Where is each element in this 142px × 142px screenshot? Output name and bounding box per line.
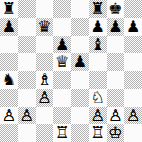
square-f2[interactable]: ♙ <box>89 107 107 125</box>
square-b4[interactable] <box>18 71 36 89</box>
square-f6[interactable]: ♝ <box>89 36 107 54</box>
square-h1[interactable] <box>124 124 142 142</box>
piece-white-queen: ♕ <box>55 53 69 71</box>
square-f8[interactable]: ♜ <box>89 0 107 18</box>
square-b1[interactable] <box>18 124 36 142</box>
square-b8[interactable] <box>18 0 36 18</box>
square-a5[interactable] <box>0 53 18 71</box>
square-d6[interactable]: ♟ <box>53 36 71 54</box>
chess-board-wrap: ♜♜♚♟♛♟♟♟♟♝♕♟♞♗♙♘♙♙♙♙♙♖♖♔ <box>0 0 142 142</box>
square-b3[interactable] <box>18 89 36 107</box>
square-h5[interactable] <box>124 53 142 71</box>
square-b5[interactable] <box>18 53 36 71</box>
square-c8[interactable] <box>36 0 54 18</box>
piece-white-rook: ♖ <box>55 124 69 142</box>
square-d4[interactable] <box>53 71 71 89</box>
piece-white-rook: ♖ <box>90 124 104 142</box>
square-g1[interactable]: ♔ <box>107 124 125 142</box>
square-c2[interactable] <box>36 107 54 125</box>
piece-black-pawn: ♟ <box>108 18 122 36</box>
piece-white-king: ♔ <box>108 124 122 142</box>
square-d8[interactable] <box>53 0 71 18</box>
piece-white-pawn: ♙ <box>90 107 104 125</box>
square-a3[interactable] <box>0 89 18 107</box>
square-a8[interactable]: ♜ <box>0 0 18 18</box>
square-g8[interactable]: ♚ <box>107 0 125 18</box>
square-a4[interactable]: ♞ <box>0 71 18 89</box>
piece-white-pawn: ♙ <box>108 107 122 125</box>
piece-black-pawn: ♟ <box>126 18 140 36</box>
piece-white-bishop: ♗ <box>37 71 51 89</box>
square-d7[interactable] <box>53 18 71 36</box>
square-f4[interactable] <box>89 71 107 89</box>
square-c7[interactable]: ♛ <box>36 18 54 36</box>
square-f5[interactable] <box>89 53 107 71</box>
square-f3[interactable]: ♘ <box>89 89 107 107</box>
square-c1[interactable] <box>36 124 54 142</box>
piece-black-rook: ♜ <box>2 0 16 18</box>
square-c3[interactable]: ♙ <box>36 89 54 107</box>
square-c6[interactable] <box>36 36 54 54</box>
square-e3[interactable] <box>71 89 89 107</box>
square-c4[interactable]: ♗ <box>36 71 54 89</box>
square-g3[interactable] <box>107 89 125 107</box>
square-h6[interactable] <box>124 36 142 54</box>
piece-white-pawn: ♙ <box>2 107 16 125</box>
piece-black-pawn: ♟ <box>90 18 104 36</box>
square-d5[interactable]: ♕ <box>53 53 71 71</box>
square-e8[interactable] <box>71 0 89 18</box>
square-a6[interactable] <box>0 36 18 54</box>
piece-black-king: ♚ <box>108 0 122 18</box>
square-h8[interactable] <box>124 0 142 18</box>
square-g6[interactable] <box>107 36 125 54</box>
square-e6[interactable] <box>71 36 89 54</box>
square-g5[interactable] <box>107 53 125 71</box>
square-g7[interactable]: ♟ <box>107 18 125 36</box>
square-c5[interactable] <box>36 53 54 71</box>
chess-board: ♜♜♚♟♛♟♟♟♟♝♕♟♞♗♙♘♙♙♙♙♙♖♖♔ <box>0 0 142 142</box>
square-h4[interactable] <box>124 71 142 89</box>
square-b7[interactable] <box>18 18 36 36</box>
square-e7[interactable] <box>71 18 89 36</box>
square-a7[interactable]: ♟ <box>0 18 18 36</box>
square-a1[interactable] <box>0 124 18 142</box>
piece-black-queen: ♛ <box>37 18 51 36</box>
piece-black-pawn: ♟ <box>55 36 69 54</box>
piece-white-pawn: ♙ <box>37 89 51 107</box>
square-h3[interactable] <box>124 89 142 107</box>
piece-white-knight: ♘ <box>90 89 104 107</box>
square-g2[interactable]: ♙ <box>107 107 125 125</box>
square-e1[interactable] <box>71 124 89 142</box>
piece-white-pawn: ♙ <box>126 107 140 125</box>
square-d3[interactable] <box>53 89 71 107</box>
piece-white-pawn: ♙ <box>19 107 33 125</box>
square-a2[interactable]: ♙ <box>0 107 18 125</box>
square-e2[interactable] <box>71 107 89 125</box>
square-f7[interactable]: ♟ <box>89 18 107 36</box>
piece-black-rook: ♜ <box>90 0 104 18</box>
piece-black-knight: ♞ <box>2 71 16 89</box>
piece-black-pawn: ♟ <box>73 53 87 71</box>
square-b2[interactable]: ♙ <box>18 107 36 125</box>
piece-black-pawn: ♟ <box>2 18 16 36</box>
square-g4[interactable] <box>107 71 125 89</box>
square-d2[interactable] <box>53 107 71 125</box>
square-e5[interactable]: ♟ <box>71 53 89 71</box>
square-h7[interactable]: ♟ <box>124 18 142 36</box>
square-f1[interactable]: ♖ <box>89 124 107 142</box>
square-d1[interactable]: ♖ <box>53 124 71 142</box>
piece-black-bishop: ♝ <box>90 36 104 54</box>
square-b6[interactable] <box>18 36 36 54</box>
square-e4[interactable] <box>71 71 89 89</box>
square-h2[interactable]: ♙ <box>124 107 142 125</box>
